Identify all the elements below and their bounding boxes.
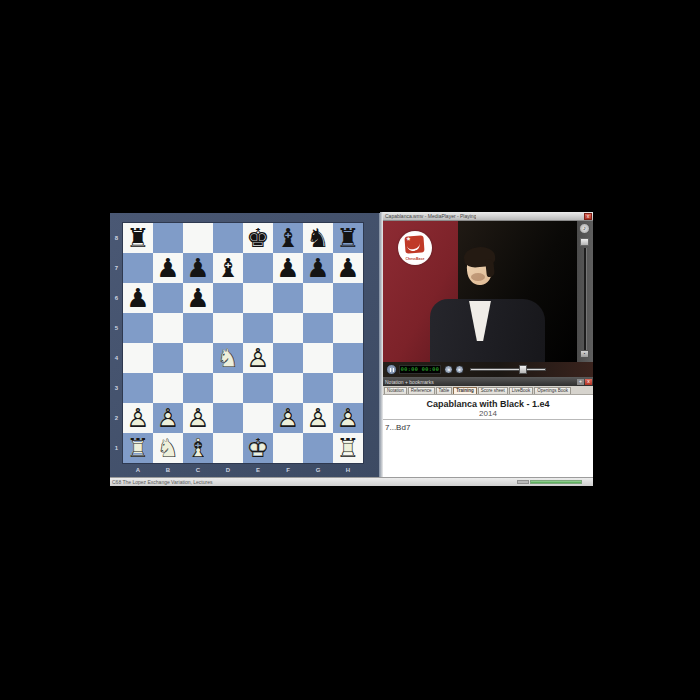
square-c3[interactable] bbox=[183, 373, 213, 403]
rank-label-8: 8 bbox=[110, 223, 123, 253]
piece-white-pawn[interactable]: ♟♙ bbox=[303, 403, 333, 433]
piece-outline: ♗ bbox=[183, 433, 213, 463]
square-f2[interactable]: ♟♙ bbox=[273, 403, 303, 433]
piece-white-pawn[interactable]: ♟♙ bbox=[243, 343, 273, 373]
board-window: 87654321 ♜♚♝♞♜♟♟♝♟♟♟♟♟♞♘♟♙♟♙♟♙♟♙♟♙♟♙♟♙♜♖… bbox=[110, 213, 380, 477]
rank-label-4: 4 bbox=[110, 343, 123, 373]
volume-panel: ♪ • bbox=[577, 221, 593, 362]
piece-white-bishop[interactable]: ♝♗ bbox=[183, 433, 213, 463]
square-c7[interactable]: ♟ bbox=[183, 253, 213, 283]
logo-swoosh bbox=[406, 242, 420, 253]
square-g1[interactable] bbox=[303, 433, 333, 463]
square-g5[interactable] bbox=[303, 313, 333, 343]
square-h7[interactable]: ♟ bbox=[333, 253, 363, 283]
notation-titlebar[interactable]: Notation + bookmarks + x bbox=[383, 377, 593, 386]
file-label-c: C bbox=[183, 464, 213, 476]
board[interactable]: ♜♚♝♞♜♟♟♝♟♟♟♟♟♞♘♟♙♟♙♟♙♟♙♟♙♟♙♟♙♜♖♞♘♝♗♚♔♜♖ bbox=[123, 223, 363, 463]
game-heading: Capablanca with Black - 1.e4 bbox=[383, 399, 593, 409]
close-icon[interactable]: x bbox=[584, 213, 592, 220]
file-label-d: D bbox=[213, 464, 243, 476]
notation-window: Notation + bookmarks + x NotationReferen… bbox=[383, 377, 593, 477]
piece-black-bishop[interactable]: ♝ bbox=[213, 253, 243, 283]
piece-outline: ♙ bbox=[153, 403, 183, 433]
square-g4[interactable] bbox=[303, 343, 333, 373]
video-content[interactable]: * ChessBase ♪ • bbox=[383, 221, 593, 362]
piece-outline: ♙ bbox=[333, 403, 363, 433]
rewind-button[interactable]: ◂ bbox=[444, 365, 453, 374]
video-titlebar[interactable]: Capablanca.wmv - MediaPlayer - Playing x bbox=[383, 212, 593, 221]
piece-outline: ♘ bbox=[153, 433, 183, 463]
piece-black-pawn[interactable]: ♟ bbox=[153, 253, 183, 283]
piece-white-knight[interactable]: ♞♘ bbox=[153, 433, 183, 463]
square-g3[interactable] bbox=[303, 373, 333, 403]
square-e6[interactable] bbox=[243, 283, 273, 313]
video-title: Capablanca.wmv - MediaPlayer - Playing bbox=[383, 213, 476, 219]
playback-controls-bar: 00:00 00:00 ◂ ▸ bbox=[383, 362, 593, 377]
chessbase-logo: * ChessBase bbox=[398, 231, 432, 265]
pause-icon bbox=[390, 368, 394, 372]
volume-end-button[interactable]: • bbox=[580, 350, 589, 358]
square-c6[interactable]: ♟ bbox=[183, 283, 213, 313]
square-c8[interactable] bbox=[183, 223, 213, 253]
piece-outline: ♙ bbox=[273, 403, 303, 433]
square-b5[interactable] bbox=[153, 313, 183, 343]
piece-black-knight[interactable]: ♞ bbox=[303, 223, 333, 253]
piece-black-pawn[interactable]: ♟ bbox=[123, 283, 153, 313]
piece-outline: ♔ bbox=[243, 433, 273, 463]
tab-table[interactable]: Table bbox=[436, 387, 453, 394]
square-f6[interactable] bbox=[273, 283, 303, 313]
move-text[interactable]: 7...Bd7 bbox=[385, 423, 593, 432]
add-icon[interactable]: + bbox=[577, 379, 584, 385]
logo-square: * bbox=[404, 235, 424, 253]
square-b6[interactable] bbox=[153, 283, 183, 313]
rank-labels: 87654321 bbox=[110, 223, 123, 463]
square-c2[interactable]: ♟♙ bbox=[183, 403, 213, 433]
square-e4[interactable]: ♟♙ bbox=[243, 343, 273, 373]
piece-black-pawn[interactable]: ♟ bbox=[183, 283, 213, 313]
pause-button[interactable] bbox=[386, 364, 397, 375]
square-c5[interactable] bbox=[183, 313, 213, 343]
square-a2[interactable]: ♟♙ bbox=[123, 403, 153, 433]
video-player-window: Capablanca.wmv - MediaPlayer - Playing x… bbox=[383, 212, 593, 377]
piece-white-pawn[interactable]: ♟♙ bbox=[333, 403, 363, 433]
rank-label-1: 1 bbox=[110, 433, 123, 463]
piece-black-rook[interactable]: ♜ bbox=[123, 223, 153, 253]
file-label-e: E bbox=[243, 464, 273, 476]
square-f4[interactable] bbox=[273, 343, 303, 373]
logo-text: ChessBase bbox=[398, 257, 432, 261]
square-h6[interactable] bbox=[333, 283, 363, 313]
tab-livebook[interactable]: LiveBook bbox=[509, 387, 534, 394]
piece-outline: ♖ bbox=[333, 433, 363, 463]
square-h8[interactable]: ♜ bbox=[333, 223, 363, 253]
square-c1[interactable]: ♝♗ bbox=[183, 433, 213, 463]
piece-black-pawn[interactable]: ♟ bbox=[273, 253, 303, 283]
status-bar: C68 The Lopez Exchange Variation, Lectur… bbox=[110, 477, 593, 486]
square-g8[interactable]: ♞ bbox=[303, 223, 333, 253]
square-b1[interactable]: ♞♘ bbox=[153, 433, 183, 463]
file-label-b: B bbox=[153, 464, 183, 476]
game-year: 2014 bbox=[383, 409, 593, 420]
piece-outline: ♙ bbox=[123, 403, 153, 433]
file-label-g: G bbox=[303, 464, 333, 476]
notation-tab-bar: NotationReferenceTableTrainingScore shee… bbox=[383, 386, 593, 395]
square-b2[interactable]: ♟♙ bbox=[153, 403, 183, 433]
square-f1[interactable] bbox=[273, 433, 303, 463]
square-h1[interactable]: ♜♖ bbox=[333, 433, 363, 463]
square-a4[interactable] bbox=[123, 343, 153, 373]
square-a1[interactable]: ♜♖ bbox=[123, 433, 153, 463]
piece-black-pawn[interactable]: ♟ bbox=[183, 253, 213, 283]
volume-slider-handle[interactable] bbox=[580, 238, 589, 246]
file-label-f: F bbox=[273, 464, 303, 476]
square-e5[interactable] bbox=[243, 313, 273, 343]
square-f8[interactable]: ♝ bbox=[273, 223, 303, 253]
square-e3[interactable] bbox=[243, 373, 273, 403]
square-d4[interactable]: ♞♘ bbox=[213, 343, 243, 373]
file-labels: ABCDEFGH bbox=[123, 464, 363, 476]
tab-openings-book[interactable]: Openings Book bbox=[534, 387, 571, 394]
square-e1[interactable]: ♚♔ bbox=[243, 433, 273, 463]
piece-outline: ♘ bbox=[213, 343, 243, 373]
notation-titlebar-icons: + x bbox=[577, 379, 593, 385]
piece-black-rook[interactable]: ♜ bbox=[333, 223, 363, 253]
chessbase-app-capture: 87654321 ♜♚♝♞♜♟♟♝♟♟♟♟♟♞♘♟♙♟♙♟♙♟♙♟♙♟♙♟♙♜♖… bbox=[110, 212, 593, 486]
right-panel: Capablanca.wmv - MediaPlayer - Playing x… bbox=[380, 212, 593, 477]
square-e7[interactable] bbox=[243, 253, 273, 283]
square-d1[interactable] bbox=[213, 433, 243, 463]
seek-slider-handle[interactable] bbox=[519, 365, 527, 374]
piece-black-bishop[interactable]: ♝ bbox=[273, 223, 303, 253]
seek-slider-track[interactable] bbox=[470, 368, 546, 371]
square-e8[interactable]: ♚ bbox=[243, 223, 273, 253]
square-a7[interactable] bbox=[123, 253, 153, 283]
piece-black-king[interactable]: ♚ bbox=[243, 223, 273, 253]
file-label-h: H bbox=[333, 464, 363, 476]
square-b3[interactable] bbox=[153, 373, 183, 403]
rank-label-5: 5 bbox=[110, 313, 123, 343]
square-f5[interactable] bbox=[273, 313, 303, 343]
piece-outline: ♙ bbox=[183, 403, 213, 433]
square-b8[interactable] bbox=[153, 223, 183, 253]
tab-training[interactable]: Training bbox=[453, 387, 477, 394]
piece-black-pawn[interactable]: ♟ bbox=[333, 253, 363, 283]
status-text: C68 The Lopez Exchange Variation, Lectur… bbox=[112, 479, 212, 485]
square-a3[interactable] bbox=[123, 373, 153, 403]
rank-label-3: 3 bbox=[110, 373, 123, 403]
square-h4[interactable] bbox=[333, 343, 363, 373]
rank-label-2: 2 bbox=[110, 403, 123, 433]
status-progress-segment bbox=[517, 480, 529, 484]
presenter-face-shading bbox=[471, 273, 485, 281]
notation-title: Notation + bookmarks bbox=[383, 379, 434, 385]
piece-white-knight[interactable]: ♞♘ bbox=[213, 343, 243, 373]
speaker-icon[interactable]: ♪ bbox=[579, 223, 590, 234]
square-a8[interactable]: ♜ bbox=[123, 223, 153, 253]
square-a6[interactable]: ♟ bbox=[123, 283, 153, 313]
square-d8[interactable] bbox=[213, 223, 243, 253]
square-g6[interactable] bbox=[303, 283, 333, 313]
volume-slider-track[interactable] bbox=[584, 248, 587, 358]
square-d6[interactable] bbox=[213, 283, 243, 313]
piece-white-pawn[interactable]: ♟♙ bbox=[123, 403, 153, 433]
square-h3[interactable] bbox=[333, 373, 363, 403]
piece-white-pawn[interactable]: ♟♙ bbox=[153, 403, 183, 433]
tab-score-sheet[interactable]: Score sheet bbox=[478, 387, 508, 394]
file-label-a: A bbox=[123, 464, 153, 476]
piece-white-pawn[interactable]: ♟♙ bbox=[273, 403, 303, 433]
time-display: 00:00 00:00 bbox=[399, 365, 441, 374]
piece-outline: ♙ bbox=[303, 403, 333, 433]
status-progress-bar bbox=[530, 480, 582, 484]
square-d2[interactable] bbox=[213, 403, 243, 433]
rank-label-6: 6 bbox=[110, 283, 123, 313]
square-d7[interactable]: ♝ bbox=[213, 253, 243, 283]
square-h2[interactable]: ♟♙ bbox=[333, 403, 363, 433]
piece-outline: ♖ bbox=[123, 433, 153, 463]
square-e2[interactable] bbox=[243, 403, 273, 433]
piece-white-rook[interactable]: ♜♖ bbox=[123, 433, 153, 463]
tab-reference[interactable]: Reference bbox=[408, 387, 435, 394]
piece-white-king[interactable]: ♚♔ bbox=[243, 433, 273, 463]
close-icon[interactable]: x bbox=[585, 379, 592, 385]
letterboxed-video-frame: 87654321 ♜♚♝♞♜♟♟♝♟♟♟♟♟♞♘♟♙♟♙♟♙♟♙♟♙♟♙♟♙♜♖… bbox=[0, 0, 700, 700]
square-f3[interactable] bbox=[273, 373, 303, 403]
tab-notation[interactable]: Notation bbox=[384, 387, 407, 394]
piece-black-pawn[interactable]: ♟ bbox=[303, 253, 333, 283]
rank-label-7: 7 bbox=[110, 253, 123, 283]
square-g7[interactable]: ♟ bbox=[303, 253, 333, 283]
notation-content: Capablanca with Black - 1.e4 2014 7...Bd… bbox=[383, 395, 593, 477]
square-g2[interactable]: ♟♙ bbox=[303, 403, 333, 433]
square-b7[interactable]: ♟ bbox=[153, 253, 183, 283]
square-d3[interactable] bbox=[213, 373, 243, 403]
square-c4[interactable] bbox=[183, 343, 213, 373]
square-d5[interactable] bbox=[213, 313, 243, 343]
square-a5[interactable] bbox=[123, 313, 153, 343]
square-b4[interactable] bbox=[153, 343, 183, 373]
forward-button[interactable]: ▸ bbox=[455, 365, 464, 374]
square-h5[interactable] bbox=[333, 313, 363, 343]
piece-outline: ♙ bbox=[243, 343, 273, 373]
piece-white-rook[interactable]: ♜♖ bbox=[333, 433, 363, 463]
piece-white-pawn[interactable]: ♟♙ bbox=[183, 403, 213, 433]
square-f7[interactable]: ♟ bbox=[273, 253, 303, 283]
